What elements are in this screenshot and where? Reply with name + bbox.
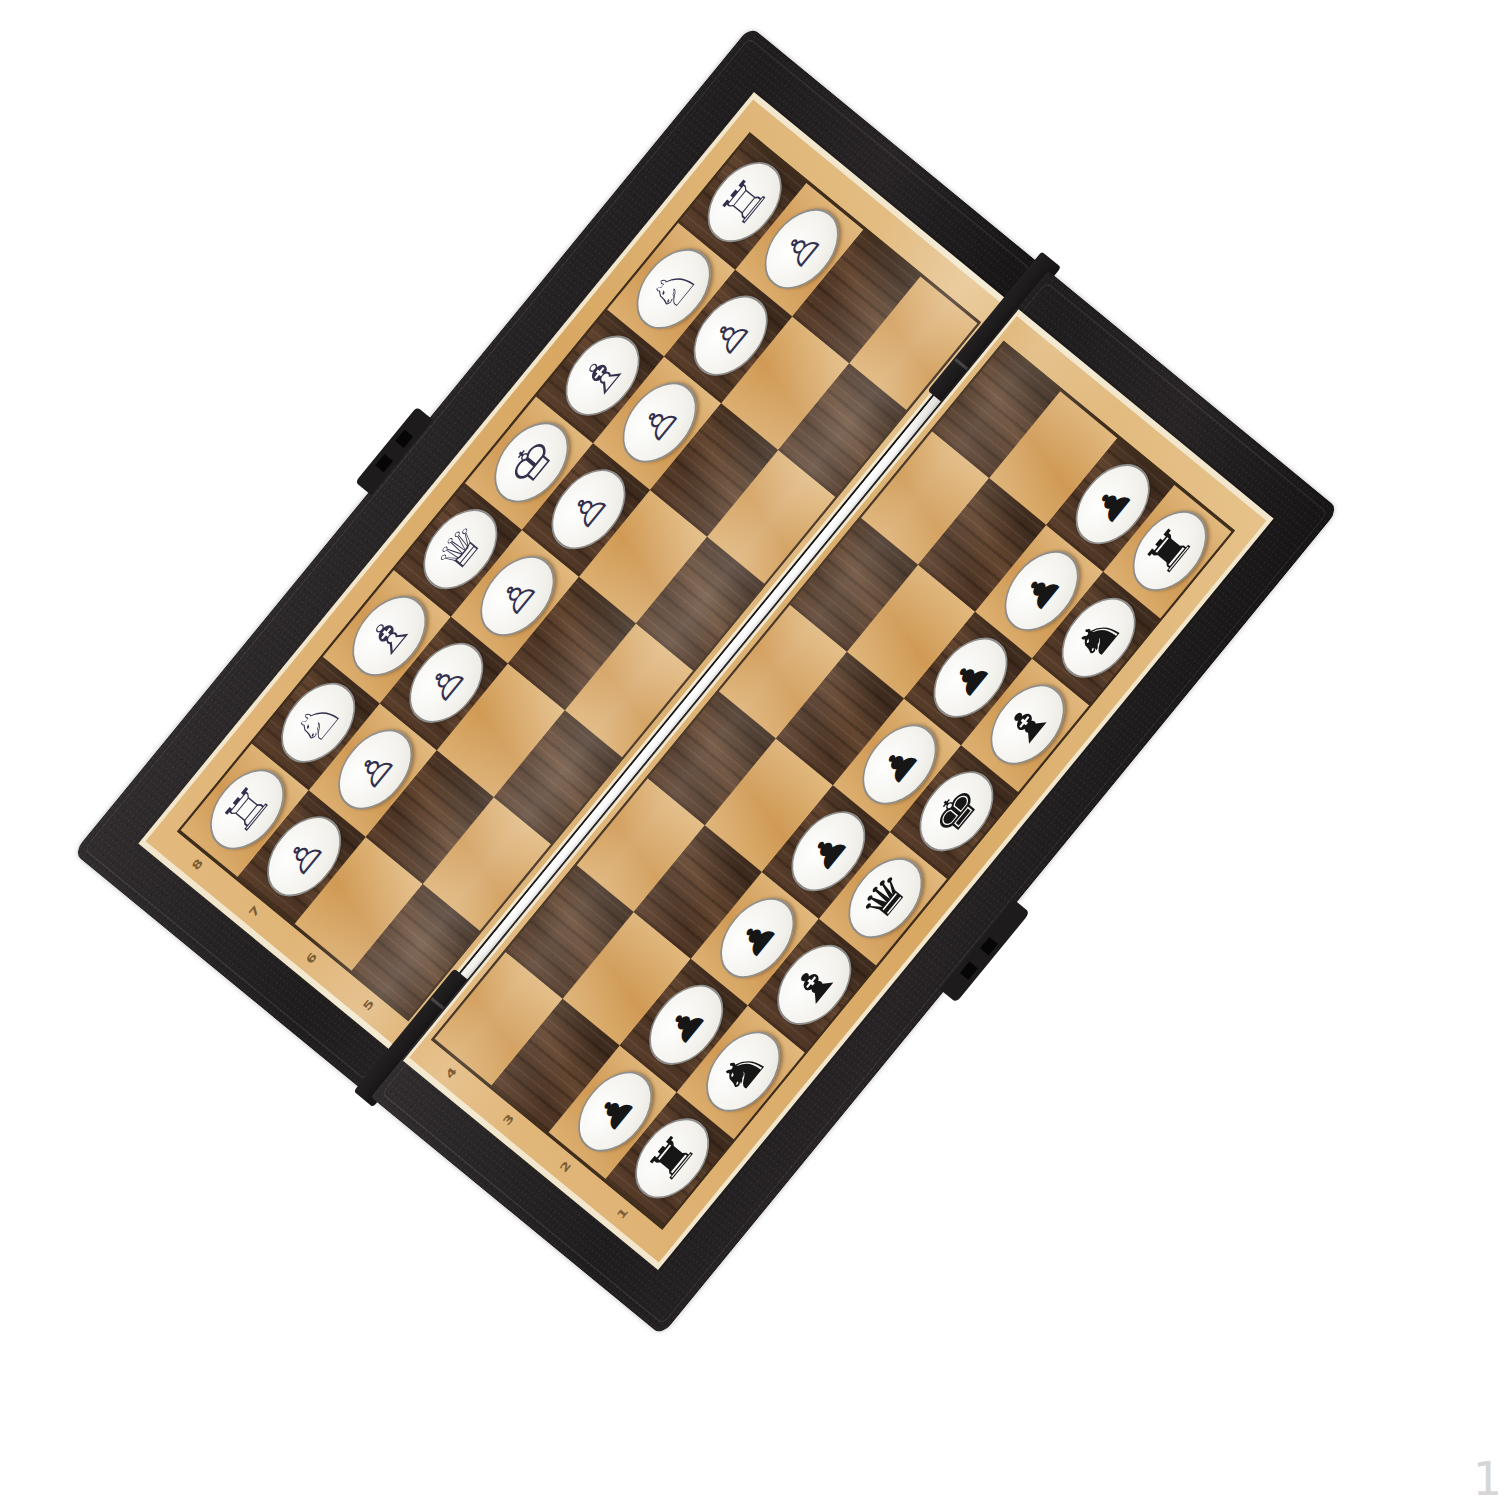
product-photo-scene: ♖♘♗♕♔♗♘♖♙♙♙♙♙♙♙♙ 8765 ♟♟♟♟♟♟♟♟♜♞♝♛♚♝♞♜ 4… [0, 0, 1504, 1496]
clasp-prong [375, 454, 393, 473]
white-rook-glyph: ♖ [215, 777, 279, 843]
black-pawn-glyph: ♟ [731, 911, 783, 965]
clasp-prong [395, 429, 413, 448]
black-pawn-glyph: ♟ [660, 998, 712, 1052]
black-knight-glyph: ♞ [711, 1039, 775, 1105]
clasp-slots[interactable] [940, 899, 1030, 1002]
white-pawn-glyph: ♙ [776, 222, 828, 276]
white-pawn-glyph: ♙ [704, 309, 756, 363]
white-pawn-glyph: ♙ [491, 569, 543, 623]
white-king-glyph: ♔ [500, 430, 564, 496]
white-pawn-glyph: ♙ [420, 656, 472, 710]
white-knight-glyph: ♘ [286, 690, 350, 756]
black-pawn-glyph: ♟ [1015, 564, 1067, 618]
white-rook-glyph: ♖ [713, 169, 777, 235]
black-pawn-glyph: ♟ [802, 824, 854, 878]
black-king-glyph: ♚ [925, 778, 989, 844]
clasp-tab[interactable] [355, 407, 433, 496]
clasp-slot [980, 937, 998, 956]
white-queen-glyph: ♕ [428, 516, 492, 582]
white-pawn-glyph: ♙ [278, 829, 330, 883]
black-knight-glyph: ♞ [1067, 605, 1131, 671]
black-queen-glyph: ♛ [853, 865, 917, 931]
white-pawn-glyph: ♙ [633, 395, 685, 449]
black-rook-glyph: ♜ [640, 1125, 704, 1191]
folding-chess-wallet: ♖♘♗♕♔♗♘♖♙♙♙♙♙♙♙♙ 8765 ♟♟♟♟♟♟♟♟♜♞♝♛♚♝♞♜ 4… [73, 26, 1339, 1336]
black-bishop-glyph: ♝ [782, 952, 846, 1018]
white-bishop-glyph: ♗ [357, 603, 421, 669]
black-rook-glyph: ♜ [1138, 518, 1202, 584]
white-pawn-glyph: ♙ [562, 482, 614, 536]
black-pawn-glyph: ♟ [873, 737, 925, 791]
white-knight-glyph: ♘ [642, 256, 706, 322]
black-bishop-glyph: ♝ [996, 692, 1060, 758]
white-pawn-glyph: ♙ [349, 743, 401, 797]
clasp-slot [960, 961, 978, 980]
white-bishop-glyph: ♗ [571, 343, 635, 409]
watermark: 1 [1473, 1452, 1502, 1496]
black-pawn-glyph: ♟ [944, 651, 996, 705]
black-pawn-glyph: ♟ [589, 1085, 641, 1139]
black-pawn-glyph: ♟ [1086, 477, 1138, 531]
